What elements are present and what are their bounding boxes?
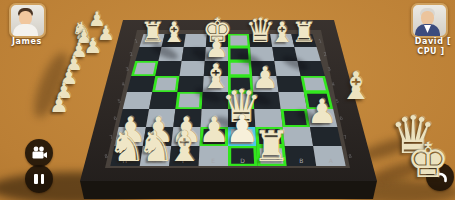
piece-h1[interactable]: ♜	[140, 19, 165, 47]
pause-button[interactable]	[25, 165, 53, 193]
piece-a1[interactable]: ♜	[291, 19, 316, 47]
james-shirt	[13, 24, 38, 38]
james-face	[19, 11, 32, 25]
video-camera-icon	[31, 146, 48, 160]
player-avatar-david	[411, 3, 448, 38]
piece-h8[interactable]: ♞	[108, 126, 146, 168]
piece-c1[interactable]: ♛	[245, 14, 275, 48]
piece-c8[interactable]: ♜	[253, 126, 291, 168]
pause-icon	[34, 174, 43, 184]
chess-3d-screen: HGFEDCBA1122334455667788♜♝♛♚♝♜♟♟♝♟♛♟♟♟♟♟…	[0, 0, 455, 200]
offboard-piece-10: ♝	[339, 67, 373, 105]
rank-label-left-1: 1	[133, 37, 138, 44]
piece-g1[interactable]: ♝	[161, 19, 186, 47]
file-label-B: B	[299, 157, 304, 164]
camera-button[interactable]	[25, 139, 53, 167]
piece-a6[interactable]: ♟	[307, 95, 337, 128]
file-label-D: D	[240, 157, 245, 164]
player-name-top-line2: CPU ]	[417, 47, 445, 56]
offboard-piece-12: ♚	[406, 136, 449, 184]
rank-label-right-2: 2	[322, 51, 327, 58]
david-face	[421, 11, 434, 25]
file-label-E: E	[211, 157, 215, 164]
file-label-A: A	[329, 157, 334, 164]
rank-label-right-8: 8	[347, 153, 352, 160]
offboard-piece-9: ♟	[49, 94, 69, 116]
player-name-bottom: James	[12, 37, 42, 46]
player-avatar-james	[9, 3, 46, 38]
player-name-top-line1: David [	[415, 37, 451, 46]
